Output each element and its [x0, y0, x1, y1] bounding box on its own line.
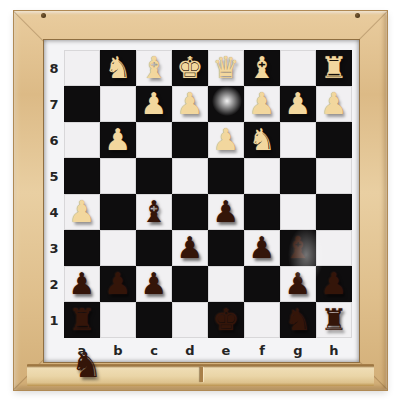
square-e7[interactable]: [208, 86, 244, 122]
white-knight-b8[interactable]: ♞: [105, 53, 132, 83]
square-d4[interactable]: [172, 194, 208, 230]
square-d2[interactable]: [172, 266, 208, 302]
rank-label-1: 1: [44, 302, 64, 338]
rank-label-4: 4: [44, 194, 64, 230]
file-label-f: f: [244, 338, 280, 362]
square-f3[interactable]: ♟: [244, 230, 280, 266]
square-e2[interactable]: [208, 266, 244, 302]
white-bishop-c8[interactable]: ♝: [141, 53, 168, 83]
square-c7[interactable]: ♟: [136, 86, 172, 122]
square-f5[interactable]: [244, 158, 280, 194]
black-pawn-g2[interactable]: ♟: [285, 269, 312, 299]
square-f1[interactable]: [244, 302, 280, 338]
square-h5[interactable]: [316, 158, 352, 194]
square-h1[interactable]: ♜: [316, 302, 352, 338]
tray-divider: [200, 367, 203, 382]
black-pawn-d3[interactable]: ♟: [177, 233, 204, 263]
board-grid: ♞♝♚♛♝♜♟♟♟♟♟♟♟♞♟♝♟♟♟♝♟♟♟♟♟♜♚♞♜: [64, 50, 352, 338]
square-e4[interactable]: ♟: [208, 194, 244, 230]
screw-icon: [355, 13, 360, 18]
square-g7[interactable]: ♟: [280, 86, 316, 122]
white-pawn-f7[interactable]: ♟: [249, 89, 276, 119]
square-g2[interactable]: ♟: [280, 266, 316, 302]
square-h3[interactable]: [316, 230, 352, 266]
square-h8[interactable]: ♜: [316, 50, 352, 86]
square-c3[interactable]: [136, 230, 172, 266]
white-king-d8[interactable]: ♚: [177, 53, 204, 83]
square-e6[interactable]: ♟: [208, 122, 244, 158]
square-b1[interactable]: [100, 302, 136, 338]
square-h6[interactable]: [316, 122, 352, 158]
square-g1[interactable]: ♞: [280, 302, 316, 338]
square-b4[interactable]: [100, 194, 136, 230]
white-knight-f6[interactable]: ♞: [249, 125, 276, 155]
square-a5[interactable]: [64, 158, 100, 194]
square-h2[interactable]: ♟: [316, 266, 352, 302]
square-f4[interactable]: [244, 194, 280, 230]
square-a1[interactable]: ♜: [64, 302, 100, 338]
black-pawn-a2[interactable]: ♟: [69, 269, 96, 299]
square-a6[interactable]: [64, 122, 100, 158]
square-d1[interactable]: [172, 302, 208, 338]
white-pawn-h7[interactable]: ♟: [321, 89, 348, 119]
black-knight-g1[interactable]: ♞: [285, 305, 312, 335]
black-pawn-c2[interactable]: ♟: [141, 269, 168, 299]
black-bishop-c4[interactable]: ♝: [141, 197, 168, 227]
square-e3[interactable]: [208, 230, 244, 266]
square-d8[interactable]: ♚: [172, 50, 208, 86]
square-f2[interactable]: [244, 266, 280, 302]
square-g4[interactable]: [280, 194, 316, 230]
white-pawn-a4[interactable]: ♟: [69, 197, 96, 227]
square-c4[interactable]: ♝: [136, 194, 172, 230]
square-h7[interactable]: ♟: [316, 86, 352, 122]
black-king-e1[interactable]: ♚: [213, 305, 240, 335]
white-queen-e8[interactable]: ♛: [213, 53, 240, 83]
square-b7[interactable]: [100, 86, 136, 122]
file-label-d: d: [172, 338, 208, 362]
square-d3[interactable]: ♟: [172, 230, 208, 266]
square-b6[interactable]: ♟: [100, 122, 136, 158]
black-bishop-g3[interactable]: ♝: [285, 233, 312, 263]
square-f7[interactable]: ♟: [244, 86, 280, 122]
rank-label-8: 8: [44, 50, 64, 86]
white-pawn-g7[interactable]: ♟: [285, 89, 312, 119]
rank-label-7: 7: [44, 86, 64, 122]
square-f6[interactable]: ♞: [244, 122, 280, 158]
square-g8[interactable]: [280, 50, 316, 86]
white-bishop-f8[interactable]: ♝: [249, 53, 276, 83]
frame-miter-joint: [13, 11, 43, 41]
black-pawn-b2[interactable]: ♟: [105, 269, 132, 299]
square-a8[interactable]: [64, 50, 100, 86]
square-h4[interactable]: [316, 194, 352, 230]
square-a3[interactable]: [64, 230, 100, 266]
rank-labels: 87654321: [44, 50, 64, 338]
black-pawn-f3[interactable]: ♟: [249, 233, 276, 263]
square-g3[interactable]: ♝: [280, 230, 316, 266]
black-rook-a1[interactable]: ♜: [69, 305, 96, 335]
black-rook-h1[interactable]: ♜: [321, 305, 348, 335]
file-label-b: b: [100, 338, 136, 362]
square-b5[interactable]: [100, 158, 136, 194]
white-pawn-d7[interactable]: ♟: [177, 89, 204, 119]
file-label-e: e: [208, 338, 244, 362]
file-label-c: c: [136, 338, 172, 362]
black-pawn-e4[interactable]: ♟: [213, 197, 240, 227]
black-knight-captured[interactable]: ♞: [71, 348, 102, 383]
square-d5[interactable]: [172, 158, 208, 194]
square-a4[interactable]: ♟: [64, 194, 100, 230]
square-d6[interactable]: [172, 122, 208, 158]
board-panel: 87654321 ♞♝♚♛♝♜♟♟♟♟♟♟♟♞♟♝♟♟♟♝♟♟♟♟♟♜♚♞♜ a…: [44, 40, 359, 362]
square-c5[interactable]: [136, 158, 172, 194]
square-a2[interactable]: ♟: [64, 266, 100, 302]
frame-miter-joint: [357, 11, 387, 41]
rank-label-3: 3: [44, 230, 64, 266]
square-d7[interactable]: ♟: [172, 86, 208, 122]
square-a7[interactable]: [64, 86, 100, 122]
file-labels: abcdefgh: [64, 338, 352, 362]
rank-label-5: 5: [44, 158, 64, 194]
square-e1[interactable]: ♚: [208, 302, 244, 338]
white-pawn-c7[interactable]: ♟: [141, 89, 168, 119]
square-b8[interactable]: ♞: [100, 50, 136, 86]
black-pawn-h2[interactable]: ♟: [321, 269, 348, 299]
file-label-h: h: [316, 338, 352, 362]
white-pawn-e6[interactable]: ♟: [213, 125, 240, 155]
square-e8[interactable]: ♛: [208, 50, 244, 86]
rank-label-2: 2: [44, 266, 64, 302]
square-f8[interactable]: ♝: [244, 50, 280, 86]
square-c8[interactable]: ♝: [136, 50, 172, 86]
screw-icon: [41, 13, 46, 18]
square-b2[interactable]: ♟: [100, 266, 136, 302]
square-c2[interactable]: ♟: [136, 266, 172, 302]
rank-label-6: 6: [44, 122, 64, 158]
wooden-frame: 87654321 ♞♝♚♛♝♜♟♟♟♟♟♟♟♞♟♝♟♟♟♝♟♟♟♟♟♜♚♞♜ a…: [14, 11, 387, 390]
square-c6[interactable]: [136, 122, 172, 158]
white-rook-h8[interactable]: ♜: [321, 53, 348, 83]
file-label-g: g: [280, 338, 316, 362]
white-pawn-b6[interactable]: ♟: [105, 125, 132, 155]
square-e5[interactable]: [208, 158, 244, 194]
square-b3[interactable]: [100, 230, 136, 266]
square-c1[interactable]: [136, 302, 172, 338]
square-g6[interactable]: [280, 122, 316, 158]
square-g5[interactable]: [280, 158, 316, 194]
